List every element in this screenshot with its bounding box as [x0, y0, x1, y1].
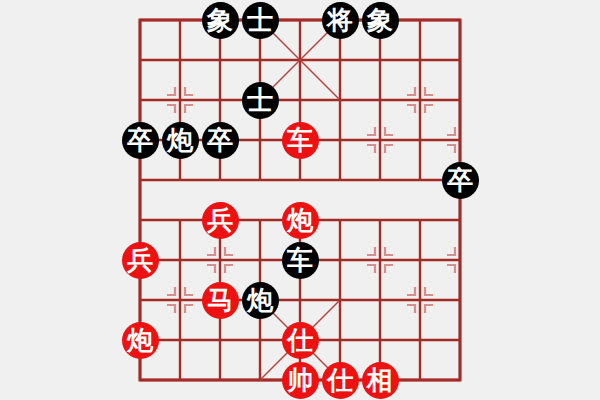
piece-red-horse[interactable]: 马: [202, 282, 239, 319]
piece-black-advisor[interactable]: 士: [242, 2, 279, 39]
piece-black-general[interactable]: 将: [322, 2, 359, 39]
piece-red-elephant[interactable]: 相: [362, 362, 399, 399]
piece-black-soldier[interactable]: 卒: [442, 162, 479, 199]
piece-red-advisor[interactable]: 仕: [282, 322, 319, 359]
piece-black-soldier[interactable]: 卒: [122, 122, 159, 159]
piece-red-cannon[interactable]: 炮: [282, 202, 319, 239]
pieces-layer: 象士将象士卒炮卒车卒兵炮兵车马炮炮仕帅仕相: [120, 0, 480, 400]
piece-red-chariot[interactable]: 车: [282, 122, 319, 159]
piece-red-cannon[interactable]: 炮: [122, 322, 159, 359]
piece-black-soldier[interactable]: 卒: [202, 122, 239, 159]
piece-black-elephant[interactable]: 象: [202, 2, 239, 39]
piece-red-soldier[interactable]: 兵: [122, 242, 159, 279]
piece-red-general[interactable]: 帅: [282, 362, 319, 399]
piece-black-cannon[interactable]: 炮: [242, 282, 279, 319]
piece-black-cannon[interactable]: 炮: [162, 122, 199, 159]
piece-black-elephant[interactable]: 象: [362, 2, 399, 39]
piece-black-advisor[interactable]: 士: [242, 82, 279, 119]
piece-red-soldier[interactable]: 兵: [202, 202, 239, 239]
xiangqi-board[interactable]: 象士将象士卒炮卒车卒兵炮兵车马炮炮仕帅仕相: [0, 0, 600, 400]
piece-red-advisor[interactable]: 仕: [322, 362, 359, 399]
piece-black-chariot[interactable]: 车: [282, 242, 319, 279]
